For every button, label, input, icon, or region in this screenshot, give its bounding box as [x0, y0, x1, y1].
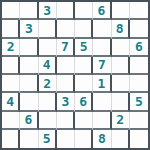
- cell-r4c8[interactable]: [130, 57, 148, 75]
- cell-r4c6[interactable]: 7: [93, 57, 111, 75]
- cell-r5c7[interactable]: [112, 75, 130, 93]
- cell-r5c2[interactable]: [20, 75, 38, 93]
- cell-r2c2[interactable]: 3: [20, 20, 38, 38]
- cell-r2c4[interactable]: [57, 20, 75, 38]
- cell-r7c1[interactable]: [2, 112, 20, 130]
- cell-r5c8[interactable]: [130, 75, 148, 93]
- cell-r5c5[interactable]: [75, 75, 93, 93]
- cell-r3c8[interactable]: 6: [130, 39, 148, 57]
- cell-r8c6[interactable]: 8: [93, 130, 111, 148]
- cell-r1c6[interactable]: 6: [93, 2, 111, 20]
- cell-r6c4[interactable]: 3: [57, 93, 75, 111]
- cell-r7c5[interactable]: [75, 112, 93, 130]
- cell-r2c3[interactable]: [39, 20, 57, 38]
- cell-r1c2[interactable]: [20, 2, 38, 20]
- cell-r3c2[interactable]: [20, 39, 38, 57]
- cell-r2c1[interactable]: [2, 20, 20, 38]
- cell-r8c1[interactable]: [2, 130, 20, 148]
- cell-r4c5[interactable]: [75, 57, 93, 75]
- cell-r1c5[interactable]: [75, 2, 93, 20]
- cell-r4c7[interactable]: [112, 57, 130, 75]
- cell-r4c1[interactable]: [2, 57, 20, 75]
- cell-r3c6[interactable]: [93, 39, 111, 57]
- cell-r5c6[interactable]: 1: [93, 75, 111, 93]
- cell-r7c2[interactable]: 6: [20, 112, 38, 130]
- cell-r6c7[interactable]: [112, 93, 130, 111]
- cell-r3c3[interactable]: [39, 39, 57, 57]
- cell-r8c7[interactable]: [112, 130, 130, 148]
- cell-r3c7[interactable]: [112, 39, 130, 57]
- cell-r7c4[interactable]: [57, 112, 75, 130]
- cell-r2c7[interactable]: 8: [112, 20, 130, 38]
- cell-r6c2[interactable]: [20, 93, 38, 111]
- cell-r3c1[interactable]: 2: [2, 39, 20, 57]
- cell-r1c8[interactable]: [130, 2, 148, 20]
- cell-r7c7[interactable]: 2: [112, 112, 130, 130]
- cell-r2c8[interactable]: [130, 20, 148, 38]
- cell-r3c5[interactable]: 5: [75, 39, 93, 57]
- cell-r6c8[interactable]: 5: [130, 93, 148, 111]
- cell-r6c6[interactable]: [93, 93, 111, 111]
- cell-r8c3[interactable]: 5: [39, 130, 57, 148]
- cell-r5c3[interactable]: 2: [39, 75, 57, 93]
- cell-r7c6[interactable]: [93, 112, 111, 130]
- cell-r3c4[interactable]: 7: [57, 39, 75, 57]
- cell-r8c8[interactable]: [130, 130, 148, 148]
- cell-r1c3[interactable]: 3: [39, 2, 57, 20]
- cell-r4c3[interactable]: 4: [39, 57, 57, 75]
- cell-r8c4[interactable]: [57, 130, 75, 148]
- cell-r5c1[interactable]: [2, 75, 20, 93]
- cell-r2c6[interactable]: [93, 20, 111, 38]
- cell-r7c8[interactable]: [130, 112, 148, 130]
- cell-r6c1[interactable]: 4: [2, 93, 20, 111]
- sudoku-board: 36382756472143656258: [0, 0, 150, 150]
- cell-r8c5[interactable]: [75, 130, 93, 148]
- cell-r8c2[interactable]: [20, 130, 38, 148]
- cell-r1c1[interactable]: [2, 2, 20, 20]
- cell-r6c5[interactable]: 6: [75, 93, 93, 111]
- cell-r1c7[interactable]: [112, 2, 130, 20]
- cell-r7c3[interactable]: [39, 112, 57, 130]
- cell-r6c3[interactable]: [39, 93, 57, 111]
- cell-r2c5[interactable]: [75, 20, 93, 38]
- cell-r4c4[interactable]: [57, 57, 75, 75]
- cell-r4c2[interactable]: [20, 57, 38, 75]
- cell-r1c4[interactable]: [57, 2, 75, 20]
- cell-r5c4[interactable]: [57, 75, 75, 93]
